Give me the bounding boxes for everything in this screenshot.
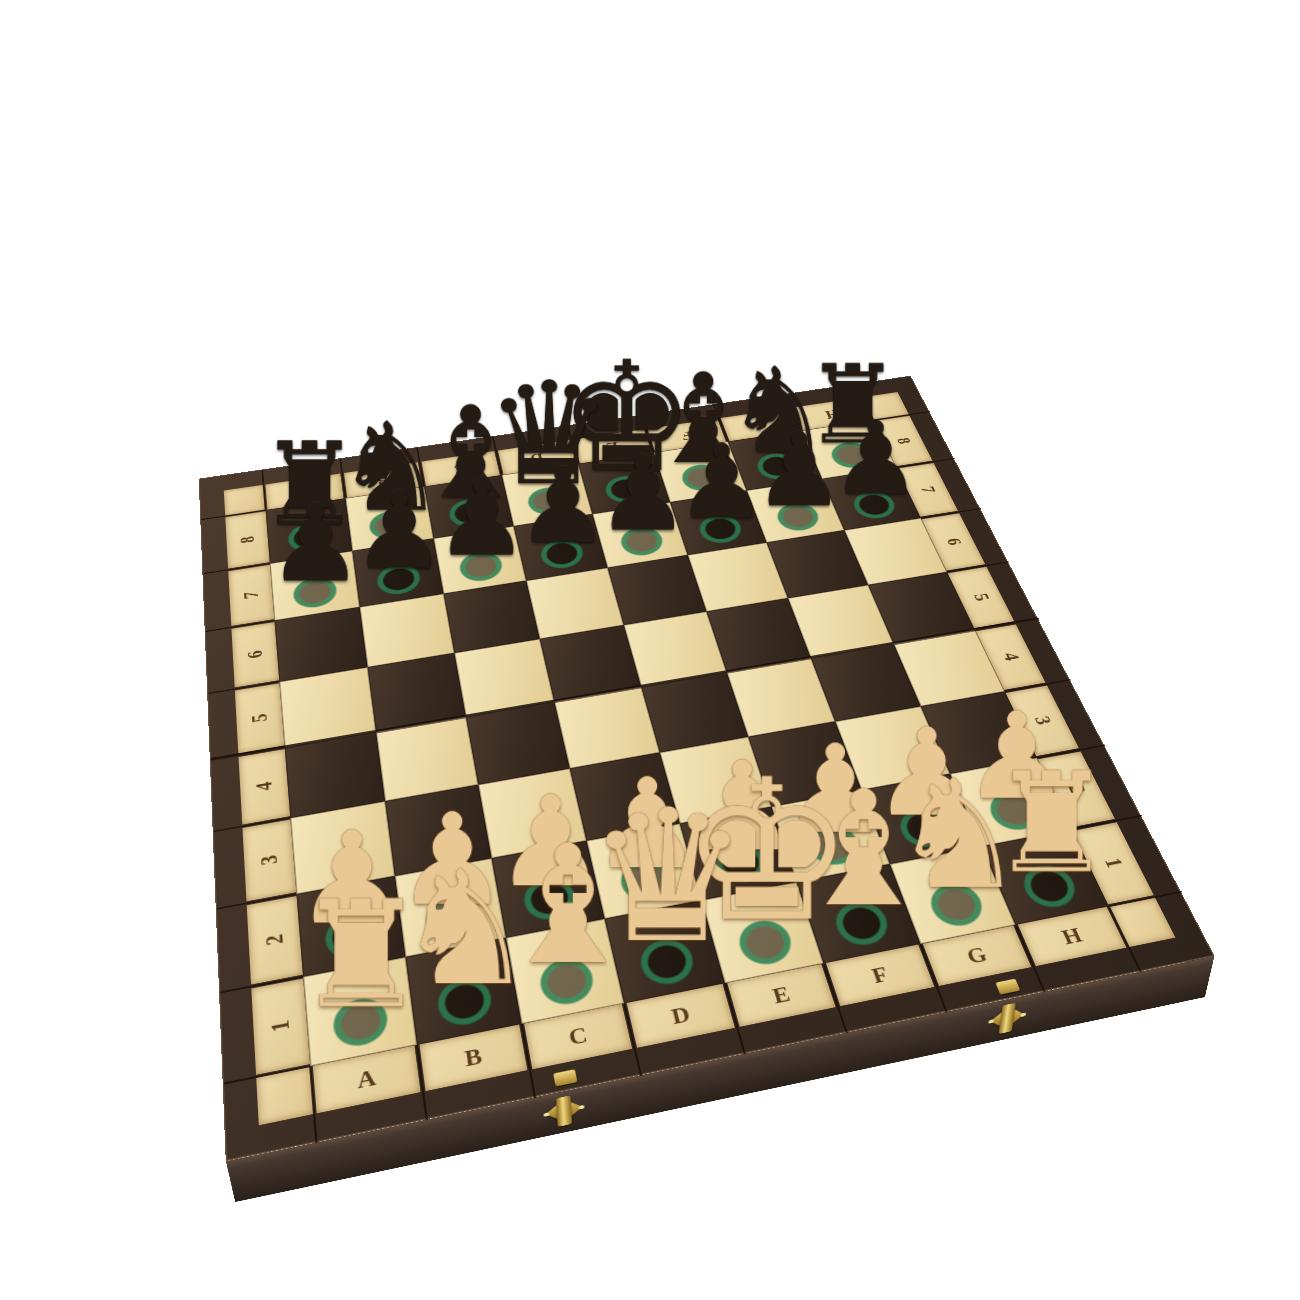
clasp-screw-icon	[578, 1105, 584, 1110]
clasp-screw-icon	[1020, 1012, 1026, 1017]
chess-box: 8877665544332211AABBCCDDEEFFGGHH♜♞♝♛♚♝♞♜…	[199, 376, 1215, 1161]
clasp-screw-icon	[544, 1112, 550, 1117]
rank-label-left-3: 3	[242, 820, 296, 902]
scene: 8877665544332211AABBCCDDEEFFGGHH♜♞♝♛♚♝♞♜…	[200, 246, 1080, 1126]
glyph-pawn: ♟	[435, 466, 529, 571]
rank-label-left-5: 5	[235, 683, 285, 753]
clasp-hasp-icon	[999, 1003, 1016, 1034]
board-top-face: 8877665544332211AABBCCDDEEFFGGHH♜♞♝♛♚♝♞♜…	[199, 376, 1215, 1161]
brass-clasp-left	[539, 1088, 589, 1137]
file-label-front-e: E	[727, 964, 836, 1027]
file-label-front-b: B	[419, 1024, 527, 1091]
brass-catch-left	[553, 1069, 577, 1086]
file-label-front-a: A	[313, 1045, 421, 1113]
brass-clasp-right	[983, 995, 1033, 1043]
brass-catch-right	[995, 979, 1020, 995]
file-label-front-g: G	[923, 925, 1032, 986]
glyph-rook: ♜	[295, 881, 427, 1029]
photo-canvas: 8877665544332211AABBCCDDEEFFGGHH♜♞♝♛♚♝♞♜…	[0, 0, 1300, 1300]
glyph-pawn: ♟	[676, 430, 768, 532]
glyph-pawn: ♟	[352, 478, 447, 584]
file-label-front-h: H	[1018, 907, 1127, 967]
rank-label-left-6: 6	[231, 622, 279, 688]
glyph-pawn: ♟	[268, 490, 363, 596]
glyph-pawn: ♟	[516, 454, 609, 558]
glyph-pawn: ♟	[597, 442, 690, 545]
clasp-hasp-icon	[556, 1095, 572, 1127]
rank-label-left-4: 4	[239, 749, 291, 825]
